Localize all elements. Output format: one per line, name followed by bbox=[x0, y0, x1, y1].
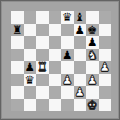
square-b5[interactable] bbox=[24, 49, 37, 62]
square-d8[interactable] bbox=[49, 11, 62, 24]
square-c1[interactable] bbox=[36, 99, 49, 112]
white-knight-icon: ♞ bbox=[87, 49, 97, 62]
square-a6[interactable] bbox=[11, 36, 24, 49]
square-e7[interactable] bbox=[61, 24, 74, 37]
square-d4[interactable] bbox=[49, 61, 62, 74]
white-pawn-icon: ♟ bbox=[75, 86, 85, 99]
square-g7[interactable]: ♚ bbox=[86, 24, 99, 37]
square-h3[interactable] bbox=[99, 74, 112, 87]
square-d7[interactable] bbox=[49, 24, 62, 37]
square-d1[interactable] bbox=[49, 99, 62, 112]
square-f5[interactable] bbox=[74, 49, 87, 62]
black-queen-icon: ♛ bbox=[25, 74, 35, 87]
black-king-icon: ♚ bbox=[87, 24, 97, 37]
square-g1[interactable]: ♚ bbox=[86, 99, 99, 112]
white-rook-icon: ♜ bbox=[37, 61, 47, 74]
square-a2[interactable] bbox=[11, 86, 24, 99]
square-c4[interactable]: ♜ bbox=[36, 61, 49, 74]
square-d2[interactable] bbox=[49, 86, 62, 99]
chess-board: ♛♝♜♟♚♟♟♞♟♜♟♛♟♟♟♚ bbox=[11, 11, 111, 111]
square-g4[interactable] bbox=[86, 61, 99, 74]
square-e4[interactable] bbox=[61, 61, 74, 74]
white-king-icon: ♚ bbox=[87, 99, 97, 112]
square-h1[interactable] bbox=[99, 99, 112, 112]
square-b1[interactable] bbox=[24, 99, 37, 112]
black-rook-icon: ♜ bbox=[12, 24, 22, 37]
square-e3[interactable]: ♟ bbox=[61, 74, 74, 87]
square-f1[interactable] bbox=[74, 99, 87, 112]
square-b3[interactable]: ♛ bbox=[24, 74, 37, 87]
square-e5[interactable]: ♟ bbox=[61, 49, 74, 62]
black-pawn-icon: ♟ bbox=[87, 36, 97, 49]
square-g8[interactable] bbox=[86, 11, 99, 24]
square-f6[interactable] bbox=[74, 36, 87, 49]
square-g3[interactable]: ♟ bbox=[86, 74, 99, 87]
square-c7[interactable] bbox=[36, 24, 49, 37]
square-g6[interactable]: ♟ bbox=[86, 36, 99, 49]
square-c2[interactable] bbox=[36, 86, 49, 99]
square-d6[interactable] bbox=[49, 36, 62, 49]
square-c5[interactable] bbox=[36, 49, 49, 62]
square-f8[interactable]: ♝ bbox=[74, 11, 87, 24]
square-e6[interactable] bbox=[61, 36, 74, 49]
black-bishop-icon: ♝ bbox=[75, 11, 85, 24]
square-h8[interactable] bbox=[99, 11, 112, 24]
square-c3[interactable] bbox=[36, 74, 49, 87]
square-e2[interactable] bbox=[61, 86, 74, 99]
white-pawn-icon: ♟ bbox=[87, 74, 97, 87]
square-a7[interactable]: ♜ bbox=[11, 24, 24, 37]
black-queen-icon: ♛ bbox=[62, 11, 72, 24]
square-c6[interactable] bbox=[36, 36, 49, 49]
square-h5[interactable] bbox=[99, 49, 112, 62]
white-pawn-icon: ♟ bbox=[62, 74, 72, 87]
square-a8[interactable] bbox=[11, 11, 24, 24]
square-e1[interactable] bbox=[61, 99, 74, 112]
square-g5[interactable]: ♞ bbox=[86, 49, 99, 62]
square-h6[interactable] bbox=[99, 36, 112, 49]
white-pawn-icon: ♟ bbox=[100, 61, 110, 74]
square-a1[interactable] bbox=[11, 99, 24, 112]
square-f2[interactable]: ♟ bbox=[74, 86, 87, 99]
square-c8[interactable] bbox=[36, 11, 49, 24]
square-b7[interactable] bbox=[24, 24, 37, 37]
square-d3[interactable] bbox=[49, 74, 62, 87]
square-d5[interactable] bbox=[49, 49, 62, 62]
square-b6[interactable] bbox=[24, 36, 37, 49]
black-pawn-icon: ♟ bbox=[62, 49, 72, 62]
square-a5[interactable] bbox=[11, 49, 24, 62]
board-frame: ♛♝♜♟♚♟♟♞♟♜♟♛♟♟♟♚ bbox=[0, 0, 120, 120]
square-f3[interactable] bbox=[74, 74, 87, 87]
square-f4[interactable] bbox=[74, 61, 87, 74]
black-pawn-icon: ♟ bbox=[75, 24, 85, 37]
square-b4[interactable]: ♟ bbox=[24, 61, 37, 74]
square-h2[interactable] bbox=[99, 86, 112, 99]
square-a3[interactable] bbox=[11, 74, 24, 87]
black-pawn-icon: ♟ bbox=[25, 61, 35, 74]
square-b2[interactable] bbox=[24, 86, 37, 99]
square-b8[interactable] bbox=[24, 11, 37, 24]
square-g2[interactable] bbox=[86, 86, 99, 99]
square-f7[interactable]: ♟ bbox=[74, 24, 87, 37]
square-h7[interactable] bbox=[99, 24, 112, 37]
square-e8[interactable]: ♛ bbox=[61, 11, 74, 24]
square-h4[interactable]: ♟ bbox=[99, 61, 112, 74]
square-a4[interactable] bbox=[11, 61, 24, 74]
